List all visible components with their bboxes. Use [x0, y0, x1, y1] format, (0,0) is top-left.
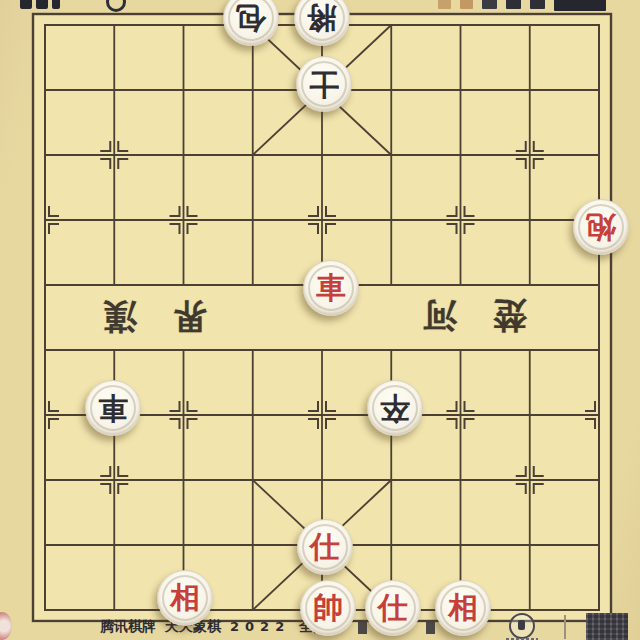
red-elephant-2-glyph: 相: [448, 593, 478, 623]
obscured-text-fragment: [358, 622, 367, 634]
black-soldier-glyph: 卒: [380, 393, 410, 423]
piece-black-chariot[interactable]: 車: [85, 380, 141, 436]
black-chariot-glyph: 車: [98, 393, 128, 423]
black-cannon-glyph: 包: [236, 3, 266, 33]
red-advisor-2-glyph: 仕: [378, 593, 408, 623]
black-general-glyph: 將: [307, 3, 337, 33]
piece-red-advisor[interactable]: 仕: [297, 519, 353, 575]
cropped-banner-text: [438, 0, 606, 11]
banner-fragment: [460, 0, 473, 9]
piece-red-elephant-2[interactable]: 相: [435, 580, 491, 636]
red-chariot-glyph: 車: [316, 273, 346, 303]
red-cannon-glyph: 炮: [586, 212, 616, 242]
river-char: 漢: [103, 300, 137, 334]
piece-black-advisor[interactable]: 士: [296, 56, 352, 112]
banner-fragment: [506, 0, 521, 9]
footer-banner-text: 腾讯棋牌 天天象棋 2022 全国: [100, 618, 327, 636]
footer-year: 2022: [230, 619, 290, 634]
obscured-text-fragment: [426, 622, 435, 634]
banner-fragment: [482, 0, 497, 9]
piece-red-cannon[interactable]: 炮: [573, 199, 629, 255]
qr-code-icon: [586, 613, 628, 640]
red-advisor-glyph: 仕: [310, 532, 340, 562]
hud-glyph-fragment: [52, 0, 60, 9]
footer-divider: [564, 615, 566, 639]
river-char: 楚: [493, 299, 527, 333]
cropped-hud-text: [20, 0, 60, 13]
banner-fragment: [530, 0, 545, 9]
piece-red-chariot[interactable]: 車: [303, 260, 359, 316]
black-advisor-glyph: 士: [309, 69, 339, 99]
xiangqi-app-screenshot: 漢界河楚 包將士炮車車卒仕相帥仕相 腾讯棋牌 天天象棋 2022 全国: [0, 0, 640, 640]
banner-fragment: [554, 0, 606, 11]
piece-black-soldier[interactable]: 卒: [367, 380, 423, 436]
river-char: 界: [173, 300, 207, 334]
piece-red-elephant[interactable]: 相: [157, 570, 213, 626]
event-emblem-icon: [509, 613, 535, 639]
red-general-glyph: 帥: [313, 593, 343, 623]
hud-glyph-fragment: [36, 0, 48, 9]
piece-red-general[interactable]: 帥: [300, 580, 356, 636]
river-char: 河: [423, 299, 457, 333]
banner-fragment: [438, 0, 451, 9]
footer-brand: 腾讯棋牌: [100, 618, 156, 636]
piece-red-advisor-2[interactable]: 仕: [365, 580, 421, 636]
hud-glyph-fragment: [20, 0, 32, 9]
red-elephant-glyph: 相: [170, 583, 200, 613]
